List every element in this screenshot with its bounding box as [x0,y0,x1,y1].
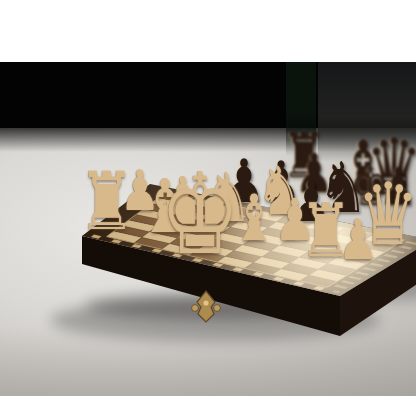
letterbox-bottom [0,396,416,416]
photo-of-chess-set: ♜♟♝♟♚♞♝♞♟♜♟♛♟♟♜♟♟♞♝♛♚♟ [0,0,416,416]
chess-board [0,0,416,416]
letterbox-top [0,0,416,62]
